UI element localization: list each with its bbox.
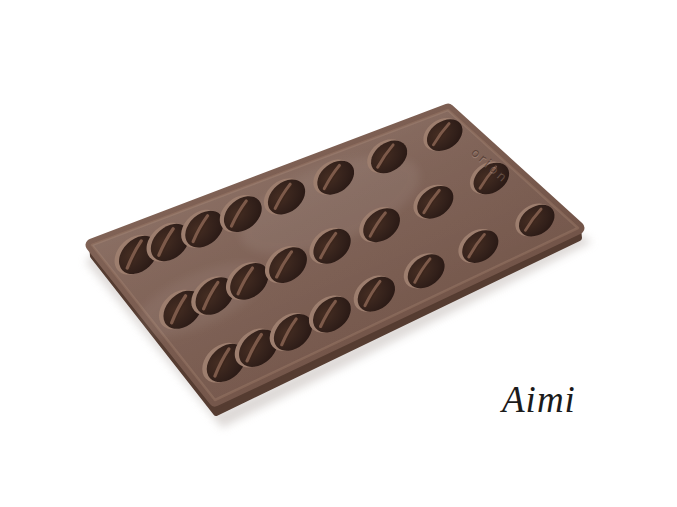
product-photo: orion orion Aimi [0,0,677,507]
watermark-text: Aimi [502,378,576,421]
mold-illustration: orion orion [0,0,677,507]
